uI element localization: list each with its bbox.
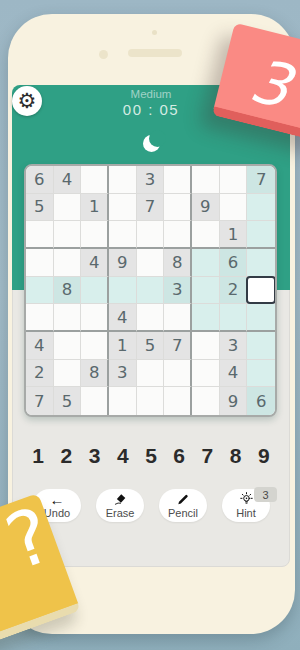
sudoku-cell[interactable] <box>109 221 137 249</box>
sudoku-cell[interactable] <box>137 277 165 305</box>
sudoku-cell[interactable] <box>81 166 109 194</box>
speaker-grille <box>128 49 182 57</box>
sudoku-cell[interactable]: 5 <box>54 387 82 415</box>
undo-arrow-icon: ← <box>50 492 65 506</box>
lightbulb-icon <box>238 492 255 506</box>
crescent-moon-icon <box>143 135 160 152</box>
sudoku-cell[interactable] <box>54 360 82 388</box>
sudoku-cell[interactable] <box>81 304 109 332</box>
sudoku-cell[interactable]: 4 <box>26 332 54 360</box>
sudoku-cell[interactable]: 7 <box>26 387 54 415</box>
sudoku-cell[interactable] <box>81 277 109 305</box>
sudoku-cell[interactable] <box>247 249 275 277</box>
sudoku-cell[interactable] <box>137 387 165 415</box>
sudoku-cell[interactable]: 7 <box>164 332 192 360</box>
sudoku-cell[interactable]: 1 <box>109 332 137 360</box>
numpad-button-1[interactable]: 1 <box>26 444 50 468</box>
sudoku-cell[interactable] <box>109 277 137 305</box>
sudoku-cell[interactable] <box>220 166 248 194</box>
pencil-label: Pencil <box>168 507 198 519</box>
numpad-button-3[interactable]: 3 <box>83 444 107 468</box>
sudoku-cell[interactable]: 8 <box>54 277 82 305</box>
numpad-button-5[interactable]: 5 <box>139 444 163 468</box>
hint-label: Hint <box>236 507 256 519</box>
sudoku-cell[interactable]: 6 <box>220 249 248 277</box>
erase-button[interactable]: Erase <box>96 489 144 522</box>
sudoku-cell[interactable]: 6 <box>26 166 54 194</box>
sudoku-cell[interactable] <box>81 387 109 415</box>
selected-cell[interactable] <box>247 277 275 305</box>
sudoku-cell[interactable] <box>54 249 82 277</box>
sudoku-cell[interactable]: 4 <box>81 249 109 277</box>
pencil-icon <box>175 492 191 506</box>
sudoku-cell[interactable]: 4 <box>220 360 248 388</box>
sudoku-cell[interactable]: 5 <box>26 194 54 222</box>
sudoku-cell[interactable] <box>137 360 165 388</box>
pink-card-number: 3 <box>245 49 297 116</box>
eraser-icon <box>112 492 128 506</box>
sudoku-cell[interactable]: 8 <box>164 249 192 277</box>
front-camera-icon <box>99 50 108 59</box>
sudoku-cell[interactable] <box>164 387 192 415</box>
sudoku-cell[interactable] <box>109 166 137 194</box>
pencil-button[interactable]: Pencil <box>159 489 207 522</box>
sudoku-cell[interactable] <box>137 249 165 277</box>
sudoku-cell[interactable]: 2 <box>26 360 54 388</box>
hint-badge: 3 <box>254 487 277 502</box>
sudoku-cell[interactable] <box>192 277 220 305</box>
sudoku-cell[interactable]: 9 <box>192 194 220 222</box>
sudoku-cell[interactable] <box>247 194 275 222</box>
sudoku-cell[interactable] <box>164 166 192 194</box>
sudoku-cell[interactable] <box>247 304 275 332</box>
sudoku-cell[interactable] <box>164 304 192 332</box>
sudoku-cell[interactable] <box>220 304 248 332</box>
sudoku-cell[interactable]: 2 <box>220 277 248 305</box>
sudoku-cell[interactable] <box>192 332 220 360</box>
sudoku-cell[interactable] <box>26 304 54 332</box>
sudoku-cell[interactable] <box>192 221 220 249</box>
erase-label: Erase <box>106 507 135 519</box>
sudoku-cell[interactable] <box>26 249 54 277</box>
sudoku-cell[interactable] <box>109 387 137 415</box>
sudoku-cell[interactable] <box>54 194 82 222</box>
sudoku-cell[interactable] <box>192 360 220 388</box>
sudoku-cell[interactable]: 7 <box>137 194 165 222</box>
sudoku-cell[interactable] <box>137 221 165 249</box>
sudoku-cell[interactable] <box>192 304 220 332</box>
sudoku-cell[interactable] <box>164 360 192 388</box>
gear-icon: ⚙ <box>18 91 37 112</box>
sudoku-cell[interactable] <box>247 360 275 388</box>
sudoku-cell[interactable]: 3 <box>164 277 192 305</box>
numpad-button-9[interactable]: 9 <box>252 444 276 468</box>
numpad-button-6[interactable]: 6 <box>167 444 191 468</box>
sudoku-cell[interactable] <box>54 221 82 249</box>
sudoku-cell[interactable] <box>247 221 275 249</box>
numpad-button-8[interactable]: 8 <box>224 444 248 468</box>
sudoku-cell[interactable] <box>137 304 165 332</box>
sudoku-cell[interactable]: 4 <box>109 304 137 332</box>
camera-dot-icon <box>152 30 157 35</box>
sudoku-cell[interactable] <box>164 221 192 249</box>
sudoku-cell[interactable]: 3 <box>109 360 137 388</box>
sudoku-cell[interactable]: 8 <box>81 360 109 388</box>
numpad-button-7[interactable]: 7 <box>195 444 219 468</box>
undo-label: Undo <box>44 507 70 519</box>
sudoku-cell[interactable]: 3 <box>137 166 165 194</box>
sudoku-cell[interactable] <box>164 194 192 222</box>
sudoku-cell[interactable]: 1 <box>220 221 248 249</box>
sudoku-cell[interactable]: 1 <box>81 194 109 222</box>
sudoku-cell[interactable] <box>81 221 109 249</box>
sudoku-cell[interactable]: 7 <box>247 166 275 194</box>
sudoku-cell[interactable] <box>192 387 220 415</box>
sudoku-cell[interactable] <box>81 332 109 360</box>
sudoku-cell[interactable] <box>247 332 275 360</box>
numpad-button-4[interactable]: 4 <box>111 444 135 468</box>
app-background: ⚙ Medium 00 : 05 64375179149868324415732… <box>0 0 300 650</box>
sudoku-cell[interactable]: 9 <box>220 387 248 415</box>
sudoku-cell[interactable]: 4 <box>54 166 82 194</box>
numpad: 123456789 <box>24 441 278 471</box>
sudoku-cell[interactable] <box>109 194 137 222</box>
sudoku-cell[interactable] <box>54 304 82 332</box>
sudoku-cell[interactable]: 5 <box>137 332 165 360</box>
sudoku-cell[interactable]: 3 <box>220 332 248 360</box>
sudoku-board: 643751791498683244157328347596 <box>24 164 277 417</box>
sudoku-cell[interactable] <box>26 277 54 305</box>
settings-button[interactable]: ⚙ <box>12 86 42 116</box>
sudoku-cell[interactable] <box>26 221 54 249</box>
sudoku-cell[interactable] <box>54 332 82 360</box>
sudoku-cell[interactable] <box>192 249 220 277</box>
sudoku-cell[interactable] <box>192 166 220 194</box>
sudoku-cell[interactable]: 6 <box>247 387 275 415</box>
numpad-button-2[interactable]: 2 <box>54 444 78 468</box>
sudoku-cell[interactable]: 9 <box>109 249 137 277</box>
sudoku-cell[interactable] <box>220 194 248 222</box>
